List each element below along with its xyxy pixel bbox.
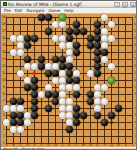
black-stone[interactable] — [94, 49, 101, 56]
white-stone[interactable] — [59, 112, 66, 119]
black-stone[interactable] — [52, 56, 59, 63]
white-stone[interactable] — [66, 105, 73, 112]
status-bar: Move 85 - Black to play — [1, 147, 137, 150]
black-stone[interactable] — [87, 91, 94, 98]
black-stone[interactable] — [73, 105, 80, 112]
white-stone[interactable] — [108, 35, 115, 42]
white-stone[interactable] — [66, 42, 73, 49]
black-stone[interactable] — [31, 112, 38, 119]
black-stone[interactable] — [45, 14, 52, 21]
black-stone[interactable] — [73, 77, 80, 84]
black-stone[interactable] — [24, 42, 31, 49]
black-stone[interactable] — [115, 105, 122, 112]
black-stone[interactable] — [66, 63, 73, 70]
black-stone[interactable] — [94, 63, 101, 70]
white-stone[interactable] — [66, 49, 73, 56]
white-stone[interactable] — [17, 35, 24, 42]
white-stone[interactable] — [17, 105, 24, 112]
variation-marker-green[interactable] — [59, 14, 66, 21]
menu-item-game[interactable]: Game — [48, 8, 60, 14]
black-stone[interactable] — [94, 42, 101, 49]
white-stone[interactable] — [94, 105, 101, 112]
black-stone[interactable] — [31, 105, 38, 112]
white-stone[interactable] — [101, 84, 108, 91]
black-stone[interactable] — [66, 126, 73, 133]
black-stone[interactable] — [73, 119, 80, 126]
black-stone[interactable] — [59, 56, 66, 63]
move-marker-red — [33, 72, 36, 75]
white-stone[interactable] — [101, 98, 108, 105]
white-stone[interactable] — [66, 112, 73, 119]
black-stone[interactable] — [94, 56, 101, 63]
black-stone[interactable] — [10, 98, 17, 105]
black-stone[interactable] — [108, 112, 115, 119]
black-stone[interactable] — [45, 105, 52, 112]
black-stone[interactable] — [94, 21, 101, 28]
black-stone[interactable] — [80, 112, 87, 119]
white-stone[interactable] — [101, 42, 108, 49]
black-stone[interactable] — [31, 35, 38, 42]
black-stone[interactable] — [24, 56, 31, 63]
black-stone[interactable] — [66, 35, 73, 42]
white-stone[interactable] — [94, 91, 101, 98]
white-stone[interactable] — [52, 63, 59, 70]
black-stone[interactable] — [45, 91, 52, 98]
white-stone[interactable] — [59, 21, 66, 28]
menu-item-edit[interactable]: Edit — [15, 8, 23, 14]
white-stone[interactable] — [94, 98, 101, 105]
white-stone[interactable] — [10, 35, 17, 42]
white-stone[interactable] — [52, 35, 59, 42]
black-stone[interactable] — [17, 112, 24, 119]
white-stone[interactable] — [10, 126, 17, 133]
white-stone[interactable] — [24, 77, 31, 84]
white-stone[interactable] — [59, 35, 66, 42]
black-stone[interactable] — [87, 98, 94, 105]
stones-layer — [3, 14, 136, 147]
white-stone[interactable] — [45, 84, 52, 91]
white-stone[interactable] — [3, 105, 10, 112]
white-stone[interactable] — [24, 112, 31, 119]
black-stone[interactable] — [66, 70, 73, 77]
black-stone[interactable] — [45, 28, 52, 35]
close-button[interactable]: ✕ — [130, 2, 136, 7]
white-stone[interactable] — [59, 84, 66, 91]
white-stone[interactable] — [52, 77, 59, 84]
black-stone[interactable] — [94, 35, 101, 42]
white-stone[interactable] — [73, 84, 80, 91]
white-stone[interactable] — [87, 70, 94, 77]
black-stone[interactable] — [31, 77, 38, 84]
black-stone[interactable] — [52, 91, 59, 98]
black-stone[interactable] — [31, 98, 38, 105]
menu-item-file[interactable]: File — [4, 8, 11, 14]
black-stone[interactable] — [73, 91, 80, 98]
black-stone[interactable] — [94, 70, 101, 77]
white-stone[interactable] — [59, 70, 66, 77]
white-stone[interactable] — [52, 21, 59, 28]
menu-item-help[interactable]: Help — [64, 8, 73, 14]
white-stone[interactable] — [108, 63, 115, 70]
white-stone[interactable] — [10, 105, 17, 112]
black-stone[interactable] — [66, 77, 73, 84]
white-stone[interactable] — [59, 105, 66, 112]
app-icon — [3, 2, 7, 6]
black-stone[interactable] — [66, 28, 73, 35]
white-stone[interactable] — [101, 28, 108, 35]
status-text: Move 85 - Black to play — [3, 148, 44, 150]
black-stone[interactable] — [73, 21, 80, 28]
black-stone[interactable] — [10, 119, 17, 126]
white-stone[interactable] — [101, 14, 108, 21]
white-stone[interactable] — [108, 21, 115, 28]
black-stone[interactable] — [31, 91, 38, 98]
white-stone[interactable] — [101, 56, 108, 63]
black-stone[interactable] — [94, 28, 101, 35]
black-stone[interactable] — [17, 119, 24, 126]
white-stone[interactable] — [66, 98, 73, 105]
black-stone[interactable] — [45, 70, 52, 77]
go-board[interactable]: 19181716151413121110987654321 1918171615… — [1, 14, 137, 147]
black-stone[interactable] — [101, 119, 108, 126]
white-stone[interactable] — [38, 91, 45, 98]
black-stone[interactable] — [17, 98, 24, 105]
black-stone[interactable] — [87, 42, 94, 49]
black-stone[interactable] — [87, 35, 94, 42]
white-stone[interactable] — [66, 56, 73, 63]
black-stone[interactable] — [10, 112, 17, 119]
black-stone[interactable] — [80, 28, 87, 35]
white-stone[interactable] — [59, 91, 66, 98]
white-stone[interactable] — [66, 84, 73, 91]
white-stone[interactable] — [101, 35, 108, 42]
black-stone[interactable] — [73, 28, 80, 35]
white-stone[interactable] — [3, 119, 10, 126]
black-stone[interactable] — [24, 84, 31, 91]
white-stone[interactable] — [17, 42, 24, 49]
window-title: Go Review of M06 - [Game 1.sgf] — [8, 2, 82, 7]
white-stone[interactable] — [10, 49, 17, 56]
maximize-button[interactable]: ▢ — [122, 2, 128, 7]
black-stone[interactable] — [31, 84, 38, 91]
white-stone[interactable] — [17, 49, 24, 56]
black-stone[interactable] — [24, 35, 31, 42]
black-stone[interactable] — [38, 14, 45, 21]
white-stone[interactable] — [17, 70, 24, 77]
black-stone[interactable] — [73, 49, 80, 56]
black-stone[interactable] — [73, 42, 80, 49]
white-stone[interactable] — [24, 119, 31, 126]
white-stone[interactable] — [59, 98, 66, 105]
app-window: Go Review of M06 - [Game 1.sgf] – ▢ ✕ Fi… — [0, 0, 137, 150]
black-stone[interactable] — [59, 63, 66, 70]
menu-item-navigate[interactable]: Navigate — [26, 8, 44, 14]
white-stone[interactable] — [94, 84, 101, 91]
black-stone[interactable] — [38, 63, 45, 70]
black-stone[interactable] — [52, 70, 59, 77]
black-stone[interactable] — [52, 98, 59, 105]
white-stone[interactable] — [31, 63, 38, 70]
minimize-button[interactable]: – — [114, 2, 120, 7]
black-stone[interactable] — [38, 56, 45, 63]
white-stone[interactable] — [24, 63, 31, 70]
white-stone[interactable] — [17, 126, 24, 133]
black-stone[interactable] — [73, 112, 80, 119]
white-stone[interactable] — [59, 42, 66, 49]
variation-marker-green[interactable] — [108, 77, 115, 84]
white-stone[interactable] — [45, 63, 52, 70]
black-stone[interactable] — [101, 49, 108, 56]
white-stone[interactable] — [66, 119, 73, 126]
white-stone[interactable] — [59, 77, 66, 84]
black-stone[interactable] — [94, 112, 101, 119]
white-stone[interactable] — [73, 70, 80, 77]
